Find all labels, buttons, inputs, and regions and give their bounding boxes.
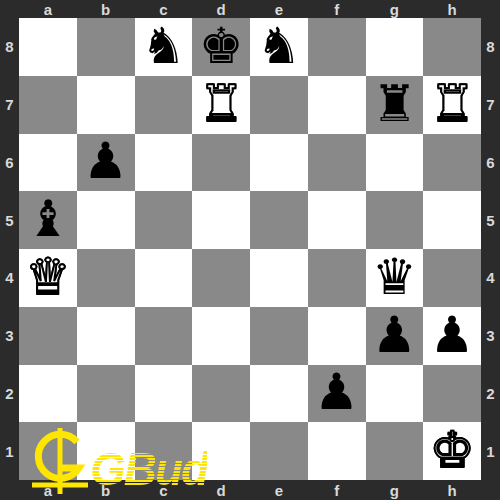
file-label-c: c [135, 0, 193, 18]
square-a6[interactable] [19, 134, 77, 192]
rank-label-2: 2 [0, 365, 19, 423]
square-f6[interactable] [308, 134, 366, 192]
square-e8[interactable]: ♞ [250, 18, 308, 76]
black-pawn[interactable]: ♟ [430, 310, 475, 360]
square-h1[interactable]: ♚ [423, 422, 481, 480]
square-d4[interactable] [192, 249, 250, 307]
square-f5[interactable] [308, 191, 366, 249]
rank-label-5: 5 [0, 191, 19, 249]
file-label-b: b [77, 480, 135, 500]
black-pawn[interactable]: ♟ [314, 367, 359, 417]
rank-label-3: 3 [481, 307, 500, 365]
square-d5[interactable] [192, 191, 250, 249]
file-label-d: d [192, 0, 250, 18]
rank-label-6: 6 [0, 134, 19, 192]
square-b7[interactable] [77, 76, 135, 134]
rank-label-3: 3 [0, 307, 19, 365]
square-b8[interactable] [77, 18, 135, 76]
square-g1[interactable] [366, 422, 424, 480]
file-label-c: c [135, 480, 193, 500]
square-h3[interactable]: ♟ [423, 307, 481, 365]
square-b1[interactable] [77, 422, 135, 480]
square-a7[interactable] [19, 76, 77, 134]
square-e3[interactable] [250, 307, 308, 365]
square-f3[interactable] [308, 307, 366, 365]
rank-label-6: 6 [481, 134, 500, 192]
square-a4[interactable]: ♛ [19, 249, 77, 307]
square-h7[interactable]: ♜ [423, 76, 481, 134]
square-e4[interactable] [250, 249, 308, 307]
square-c8[interactable]: ♞ [135, 18, 193, 76]
square-c3[interactable] [135, 307, 193, 365]
black-knight[interactable]: ♞ [256, 21, 301, 71]
rank-label-4: 4 [0, 249, 19, 307]
rank-labels-left: 87654321 [0, 18, 19, 480]
square-h8[interactable] [423, 18, 481, 76]
black-pawn[interactable]: ♟ [83, 136, 128, 186]
rank-label-7: 7 [481, 76, 500, 134]
square-c2[interactable] [135, 365, 193, 423]
square-f2[interactable]: ♟ [308, 365, 366, 423]
square-b4[interactable] [77, 249, 135, 307]
black-knight[interactable]: ♞ [141, 21, 186, 71]
square-d1[interactable] [192, 422, 250, 480]
square-e1[interactable] [250, 422, 308, 480]
square-g6[interactable] [366, 134, 424, 192]
square-g3[interactable]: ♟ [366, 307, 424, 365]
file-label-e: e [250, 0, 308, 18]
white-king[interactable]: ♚ [430, 425, 475, 475]
black-rook[interactable]: ♜ [372, 79, 417, 129]
square-h4[interactable] [423, 249, 481, 307]
square-g2[interactable] [366, 365, 424, 423]
square-c6[interactable] [135, 134, 193, 192]
file-label-h: h [423, 480, 481, 500]
white-queen[interactable]: ♛ [25, 252, 70, 302]
square-e7[interactable] [250, 76, 308, 134]
rank-label-8: 8 [481, 18, 500, 76]
square-f1[interactable] [308, 422, 366, 480]
file-label-g: g [366, 0, 424, 18]
rank-label-1: 1 [0, 422, 19, 480]
square-a8[interactable] [19, 18, 77, 76]
file-label-b: b [77, 0, 135, 18]
black-pawn[interactable]: ♟ [372, 310, 417, 360]
white-rook[interactable]: ♜ [199, 79, 244, 129]
file-label-h: h [423, 0, 481, 18]
rank-label-4: 4 [481, 249, 500, 307]
square-c5[interactable] [135, 191, 193, 249]
square-g4[interactable]: ♛ [366, 249, 424, 307]
square-d8[interactable]: ♚ [192, 18, 250, 76]
square-b2[interactable] [77, 365, 135, 423]
rank-labels-right: 87654321 [481, 18, 500, 480]
file-labels-bottom: abcdefgh [19, 480, 481, 500]
square-f8[interactable] [308, 18, 366, 76]
square-b3[interactable] [77, 307, 135, 365]
file-label-e: e [250, 480, 308, 500]
square-d3[interactable] [192, 307, 250, 365]
square-d6[interactable] [192, 134, 250, 192]
square-c4[interactable] [135, 249, 193, 307]
file-label-a: a [19, 0, 77, 18]
black-king[interactable]: ♚ [199, 21, 244, 71]
square-h2[interactable] [423, 365, 481, 423]
black-bishop[interactable]: ♝ [25, 194, 70, 244]
file-labels-top: abcdefgh [19, 0, 481, 18]
square-g5[interactable] [366, 191, 424, 249]
board: ♞♚♞♜♜♜♟♝♛♛♟♟♟♚ [19, 18, 481, 480]
square-a2[interactable] [19, 365, 77, 423]
square-a3[interactable] [19, 307, 77, 365]
rank-label-1: 1 [481, 422, 500, 480]
file-label-d: d [192, 480, 250, 500]
square-h5[interactable] [423, 191, 481, 249]
square-c7[interactable] [135, 76, 193, 134]
square-h6[interactable] [423, 134, 481, 192]
square-e2[interactable] [250, 365, 308, 423]
file-label-f: f [308, 0, 366, 18]
square-g7[interactable]: ♜ [366, 76, 424, 134]
square-e5[interactable] [250, 191, 308, 249]
chess-diagram: abcdefgh abcdefgh 87654321 87654321 ♞♚♞♜… [0, 0, 500, 500]
square-d2[interactable] [192, 365, 250, 423]
rank-label-5: 5 [481, 191, 500, 249]
white-rook[interactable]: ♜ [430, 79, 475, 129]
square-g8[interactable] [366, 18, 424, 76]
square-f4[interactable] [308, 249, 366, 307]
square-c1[interactable] [135, 422, 193, 480]
black-queen[interactable]: ♛ [372, 252, 417, 302]
file-label-g: g [366, 480, 424, 500]
rank-label-2: 2 [481, 365, 500, 423]
rank-label-8: 8 [0, 18, 19, 76]
square-b5[interactable] [77, 191, 135, 249]
square-b6[interactable]: ♟ [77, 134, 135, 192]
rank-label-7: 7 [0, 76, 19, 134]
square-a1[interactable] [19, 422, 77, 480]
square-d7[interactable]: ♜ [192, 76, 250, 134]
file-label-a: a [19, 480, 77, 500]
file-label-f: f [308, 480, 366, 500]
square-a5[interactable]: ♝ [19, 191, 77, 249]
square-f7[interactable] [308, 76, 366, 134]
square-e6[interactable] [250, 134, 308, 192]
